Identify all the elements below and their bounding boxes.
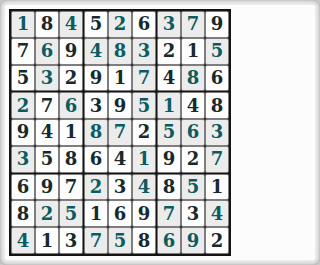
cell-r4c9[interactable]: 8 (206, 93, 228, 118)
cell-r2c2[interactable]: 6 (36, 39, 58, 64)
box-5: 395872641 (85, 93, 155, 171)
box-3: 379215486 (158, 12, 228, 90)
cell-r4c5[interactable]: 9 (109, 93, 131, 118)
cell-r1c4[interactable]: 5 (85, 12, 107, 37)
cell-r5c6[interactable]: 2 (133, 120, 155, 145)
cell-r6c5[interactable]: 4 (109, 147, 131, 172)
cell-r6c9[interactable]: 7 (206, 147, 228, 172)
cell-r7c6[interactable]: 4 (133, 175, 155, 200)
box-1: 184769532 (12, 12, 82, 90)
cell-r2c1[interactable]: 7 (12, 39, 34, 64)
cell-r8c6[interactable]: 9 (133, 201, 155, 226)
cell-r6c8[interactable]: 2 (182, 147, 204, 172)
cell-r1c6[interactable]: 6 (133, 12, 155, 37)
cell-r6c7[interactable]: 9 (158, 147, 180, 172)
cell-r3c5[interactable]: 1 (109, 66, 131, 91)
cell-r7c2[interactable]: 9 (36, 175, 58, 200)
cell-r7c5[interactable]: 3 (109, 175, 131, 200)
cell-r3c1[interactable]: 5 (12, 66, 34, 91)
cell-r4c1[interactable]: 2 (12, 93, 34, 118)
cell-r1c7[interactable]: 3 (158, 12, 180, 37)
cell-r5c2[interactable]: 4 (36, 120, 58, 145)
cell-r2c7[interactable]: 2 (158, 39, 180, 64)
box-7: 697825413 (12, 175, 82, 253)
cell-r9c2[interactable]: 1 (36, 228, 58, 253)
cell-r9c8[interactable]: 9 (182, 228, 204, 253)
box-4: 276941358 (12, 93, 82, 171)
cell-r6c6[interactable]: 1 (133, 147, 155, 172)
cell-r5c4[interactable]: 8 (85, 120, 107, 145)
cell-r3c4[interactable]: 9 (85, 66, 107, 91)
box-8: 234169758 (85, 175, 155, 253)
cell-r4c4[interactable]: 3 (85, 93, 107, 118)
cell-r2c8[interactable]: 1 (182, 39, 204, 64)
cell-r7c3[interactable]: 7 (60, 175, 82, 200)
cell-r1c5[interactable]: 2 (109, 12, 131, 37)
cell-r9c9[interactable]: 2 (206, 228, 228, 253)
cell-r9c4[interactable]: 7 (85, 228, 107, 253)
cell-r3c8[interactable]: 8 (182, 66, 204, 91)
cell-r5c8[interactable]: 6 (182, 120, 204, 145)
cell-r6c4[interactable]: 6 (85, 147, 107, 172)
cell-r5c7[interactable]: 5 (158, 120, 180, 145)
cell-r7c1[interactable]: 6 (12, 175, 34, 200)
cell-r8c1[interactable]: 8 (12, 201, 34, 226)
cell-r4c7[interactable]: 1 (158, 93, 180, 118)
cell-r3c3[interactable]: 2 (60, 66, 82, 91)
cell-r2c9[interactable]: 5 (206, 39, 228, 64)
cell-r1c8[interactable]: 7 (182, 12, 204, 37)
cell-r3c6[interactable]: 7 (133, 66, 155, 91)
cell-r9c7[interactable]: 6 (158, 228, 180, 253)
cell-r5c1[interactable]: 9 (12, 120, 34, 145)
cell-r6c3[interactable]: 8 (60, 147, 82, 172)
cell-r8c8[interactable]: 3 (182, 201, 204, 226)
cell-r2c3[interactable]: 9 (60, 39, 82, 64)
cell-r3c2[interactable]: 3 (36, 66, 58, 91)
box-6: 148563927 (158, 93, 228, 171)
cell-r5c9[interactable]: 3 (206, 120, 228, 145)
cell-r2c6[interactable]: 3 (133, 39, 155, 64)
cell-r2c5[interactable]: 8 (109, 39, 131, 64)
cell-r1c9[interactable]: 9 (206, 12, 228, 37)
cell-r5c5[interactable]: 7 (109, 120, 131, 145)
cell-r3c9[interactable]: 6 (206, 66, 228, 91)
cell-r1c1[interactable]: 1 (12, 12, 34, 37)
cell-r8c3[interactable]: 5 (60, 201, 82, 226)
cell-r9c1[interactable]: 4 (12, 228, 34, 253)
box-9: 851734692 (158, 175, 228, 253)
cell-r7c4[interactable]: 2 (85, 175, 107, 200)
cell-r1c3[interactable]: 4 (60, 12, 82, 37)
cell-r4c8[interactable]: 4 (182, 93, 204, 118)
cell-r8c4[interactable]: 1 (85, 201, 107, 226)
cell-r5c3[interactable]: 1 (60, 120, 82, 145)
cell-r9c5[interactable]: 5 (109, 228, 131, 253)
cell-r4c3[interactable]: 6 (60, 93, 82, 118)
box-2: 526483917 (85, 12, 155, 90)
cell-r3c7[interactable]: 4 (158, 66, 180, 91)
cell-r8c2[interactable]: 2 (36, 201, 58, 226)
cell-r7c7[interactable]: 8 (158, 175, 180, 200)
cell-r1c2[interactable]: 8 (36, 12, 58, 37)
cell-r4c2[interactable]: 7 (36, 93, 58, 118)
cell-r9c6[interactable]: 8 (133, 228, 155, 253)
cell-r6c2[interactable]: 5 (36, 147, 58, 172)
cell-r7c8[interactable]: 5 (182, 175, 204, 200)
cell-r7c9[interactable]: 1 (206, 175, 228, 200)
cell-r8c5[interactable]: 6 (109, 201, 131, 226)
cell-r4c6[interactable]: 5 (133, 93, 155, 118)
cell-r2c4[interactable]: 4 (85, 39, 107, 64)
cell-r8c7[interactable]: 7 (158, 201, 180, 226)
cell-r9c3[interactable]: 3 (60, 228, 82, 253)
sudoku-board: 1847695325264839173792154862769413583958… (9, 9, 231, 256)
cell-r8c9[interactable]: 4 (206, 201, 228, 226)
cell-r6c1[interactable]: 3 (12, 147, 34, 172)
